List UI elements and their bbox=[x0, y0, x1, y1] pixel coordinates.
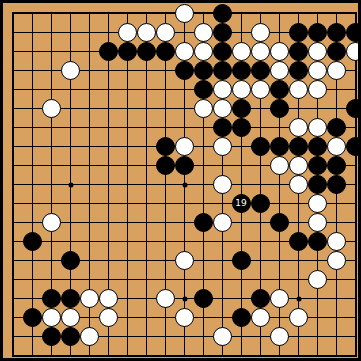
white-stone-15-4[interactable] bbox=[270, 61, 289, 80]
white-stone-14-5[interactable] bbox=[251, 80, 270, 99]
white-stone-12-12[interactable] bbox=[213, 213, 232, 232]
white-stone-11-2[interactable] bbox=[194, 23, 213, 42]
black-stone-16-13[interactable] bbox=[289, 232, 308, 251]
black-stone-16-4[interactable] bbox=[289, 61, 308, 80]
black-stone-12-7[interactable] bbox=[213, 118, 232, 137]
black-stone-15-12[interactable] bbox=[270, 213, 289, 232]
go-board[interactable]: 19 bbox=[0, 0, 361, 361]
white-stone-3-12[interactable] bbox=[42, 213, 61, 232]
black-stone-12-1[interactable] bbox=[213, 4, 232, 23]
black-stone-17-13[interactable] bbox=[308, 232, 327, 251]
white-stone-17-5[interactable] bbox=[308, 80, 327, 99]
black-stone-2-17[interactable] bbox=[23, 308, 42, 327]
black-stone-11-12[interactable] bbox=[194, 213, 213, 232]
white-stone-10-14[interactable] bbox=[175, 251, 194, 270]
white-stone-3-17[interactable] bbox=[42, 308, 61, 327]
white-stone-14-3[interactable] bbox=[251, 42, 270, 61]
hoshi-point bbox=[68, 182, 73, 187]
black-stone-18-10[interactable] bbox=[327, 175, 346, 194]
white-stone-5-18[interactable] bbox=[80, 327, 99, 346]
black-stone-8-3[interactable] bbox=[137, 42, 156, 61]
white-stone-8-2[interactable] bbox=[137, 23, 156, 42]
black-stone-12-2[interactable] bbox=[213, 23, 232, 42]
white-stone-7-2[interactable] bbox=[118, 23, 137, 42]
black-stone-17-9[interactable] bbox=[308, 156, 327, 175]
black-stone-16-8[interactable] bbox=[289, 137, 308, 156]
white-stone-16-17[interactable] bbox=[289, 308, 308, 327]
white-stone-19-3[interactable] bbox=[346, 42, 361, 61]
black-stone-12-3[interactable] bbox=[213, 42, 232, 61]
white-stone-9-16[interactable] bbox=[156, 289, 175, 308]
black-stone-17-2[interactable] bbox=[308, 23, 327, 42]
white-stone-11-3[interactable] bbox=[194, 42, 213, 61]
white-stone-15-3[interactable] bbox=[270, 42, 289, 61]
black-stone-6-3[interactable] bbox=[99, 42, 118, 61]
black-stone-15-6[interactable] bbox=[270, 99, 289, 118]
black-stone-2-13[interactable] bbox=[23, 232, 42, 251]
white-stone-9-2[interactable] bbox=[156, 23, 175, 42]
black-stone-4-18[interactable] bbox=[61, 327, 80, 346]
white-stone-4-4[interactable] bbox=[61, 61, 80, 80]
black-stone-18-3[interactable] bbox=[327, 42, 346, 61]
white-stone-16-9[interactable] bbox=[289, 156, 308, 175]
black-stone-18-9[interactable] bbox=[327, 156, 346, 175]
white-stone-18-4[interactable] bbox=[327, 61, 346, 80]
white-stone-18-13[interactable] bbox=[327, 232, 346, 251]
white-stone-11-6[interactable] bbox=[194, 99, 213, 118]
white-stone-16-5[interactable] bbox=[289, 80, 308, 99]
black-stone-11-5[interactable] bbox=[194, 80, 213, 99]
black-stone-19-8[interactable] bbox=[346, 137, 361, 156]
hoshi-point bbox=[182, 296, 187, 301]
black-stone-13-7[interactable] bbox=[232, 118, 251, 137]
white-stone-17-11[interactable] bbox=[308, 194, 327, 213]
black-stone-9-8[interactable] bbox=[156, 137, 175, 156]
black-stone-10-9[interactable] bbox=[175, 156, 194, 175]
black-stone-18-7[interactable] bbox=[327, 118, 346, 137]
black-stone-13-17[interactable] bbox=[232, 308, 251, 327]
white-stone-17-4[interactable] bbox=[308, 61, 327, 80]
white-stone-10-3[interactable] bbox=[175, 42, 194, 61]
white-stone-15-9[interactable] bbox=[270, 156, 289, 175]
black-stone-10-4[interactable] bbox=[175, 61, 194, 80]
black-stone-14-16[interactable] bbox=[251, 289, 270, 308]
black-stone-18-2[interactable] bbox=[327, 23, 346, 42]
white-stone-13-5[interactable] bbox=[232, 80, 251, 99]
black-stone-12-4[interactable] bbox=[213, 61, 232, 80]
white-stone-15-18[interactable] bbox=[270, 327, 289, 346]
white-stone-6-16[interactable] bbox=[99, 289, 118, 308]
white-stone-5-16[interactable] bbox=[80, 289, 99, 308]
white-stone-14-17[interactable] bbox=[251, 308, 270, 327]
hoshi-point bbox=[296, 296, 301, 301]
black-stone-16-2[interactable] bbox=[289, 23, 308, 42]
black-stone-15-8[interactable] bbox=[270, 137, 289, 156]
black-stone-17-10[interactable] bbox=[308, 175, 327, 194]
black-stone-15-5[interactable] bbox=[270, 80, 289, 99]
black-stone-3-16[interactable] bbox=[42, 289, 61, 308]
black-stone-13-14[interactable] bbox=[232, 251, 251, 270]
black-stone-4-16[interactable] bbox=[61, 289, 80, 308]
hoshi-point bbox=[182, 182, 187, 187]
white-stone-12-6[interactable] bbox=[213, 99, 232, 118]
white-stone-12-8[interactable] bbox=[213, 137, 232, 156]
move-number-label: 19 bbox=[235, 199, 246, 208]
white-stone-4-17[interactable] bbox=[61, 308, 80, 327]
white-stone-18-8[interactable] bbox=[327, 137, 346, 156]
white-stone-16-10[interactable] bbox=[289, 175, 308, 194]
black-stone-16-3[interactable] bbox=[289, 42, 308, 61]
black-stone-17-8[interactable] bbox=[308, 137, 327, 156]
black-stone-19-6[interactable] bbox=[346, 99, 361, 118]
black-stone-9-9[interactable] bbox=[156, 156, 175, 175]
black-stone-14-11[interactable] bbox=[251, 194, 270, 213]
black-stone-13-6[interactable] bbox=[232, 99, 251, 118]
white-stone-17-12[interactable] bbox=[308, 213, 327, 232]
black-stone-4-14[interactable] bbox=[61, 251, 80, 270]
black-stone-13-11[interactable]: 19 bbox=[232, 194, 251, 213]
white-stone-17-3[interactable] bbox=[308, 42, 327, 61]
black-stone-9-3[interactable] bbox=[156, 42, 175, 61]
white-stone-10-8[interactable] bbox=[175, 137, 194, 156]
white-stone-18-14[interactable] bbox=[327, 251, 346, 270]
white-stone-10-17[interactable] bbox=[175, 308, 194, 327]
white-stone-3-6[interactable] bbox=[42, 99, 61, 118]
black-stone-14-8[interactable] bbox=[251, 137, 270, 156]
white-stone-12-10[interactable] bbox=[213, 175, 232, 194]
white-stone-17-15[interactable] bbox=[308, 270, 327, 289]
white-stone-17-7[interactable] bbox=[308, 118, 327, 137]
black-stone-13-4[interactable] bbox=[232, 61, 251, 80]
black-stone-3-18[interactable] bbox=[42, 327, 61, 346]
white-stone-12-18[interactable] bbox=[213, 327, 232, 346]
black-stone-14-4[interactable] bbox=[251, 61, 270, 80]
white-stone-14-2[interactable] bbox=[251, 23, 270, 42]
black-stone-11-16[interactable] bbox=[194, 289, 213, 308]
black-stone-7-3[interactable] bbox=[118, 42, 137, 61]
black-stone-11-4[interactable] bbox=[194, 61, 213, 80]
white-stone-13-3[interactable] bbox=[232, 42, 251, 61]
white-stone-15-16[interactable] bbox=[270, 289, 289, 308]
white-stone-10-1[interactable] bbox=[175, 4, 194, 23]
black-stone-19-2[interactable] bbox=[346, 23, 361, 42]
white-stone-16-7[interactable] bbox=[289, 118, 308, 137]
white-stone-6-17[interactable] bbox=[99, 308, 118, 327]
white-stone-12-5[interactable] bbox=[213, 80, 232, 99]
